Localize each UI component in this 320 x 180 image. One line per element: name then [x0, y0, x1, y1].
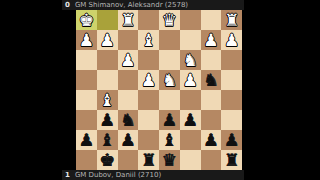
white-bishop-piece: ♝: [100, 92, 115, 109]
square-h7[interactable]: ♟: [76, 130, 97, 150]
square-h3[interactable]: [76, 50, 97, 70]
white-pawn-piece: ♟: [203, 32, 218, 49]
square-b4[interactable]: ♞: [201, 70, 222, 90]
video-frame: 0 GM Shimanov, Aleksandr (2578) ♚♜♛♜♟♟♝♟…: [0, 0, 320, 180]
square-d2[interactable]: [159, 30, 180, 50]
white-bishop-piece: ♝: [141, 32, 156, 49]
square-h2[interactable]: ♟: [76, 30, 97, 50]
black-rook-piece: ♜: [141, 152, 156, 169]
chess-board[interactable]: ♚♜♛♜♟♟♝♟♟♟♞♟♞♟♞♝♟♞♟♟♟♝♟♝♟♟♚♜♛♜: [76, 10, 242, 170]
player-bottom-score: 1: [65, 170, 70, 180]
square-b2[interactable]: ♟: [201, 30, 222, 50]
black-bishop-piece: ♝: [100, 132, 115, 149]
white-knight-piece: ♞: [183, 52, 198, 69]
player-bar-bottom: 1 GM Dubov, Daniil (2710): [62, 170, 244, 180]
white-pawn-piece: ♟: [120, 52, 135, 69]
square-f1[interactable]: ♜: [118, 10, 139, 30]
black-pawn-piece: ♟: [203, 132, 218, 149]
black-knight-piece: ♞: [203, 72, 218, 89]
player-bottom-name: GM Dubov, Daniil (2710): [75, 170, 161, 180]
square-d1[interactable]: ♛: [159, 10, 180, 30]
square-d7[interactable]: ♝: [159, 130, 180, 150]
square-g7[interactable]: ♝: [97, 130, 118, 150]
black-pawn-piece: ♟: [120, 132, 135, 149]
black-knight-piece: ♞: [120, 112, 135, 129]
black-pawn-piece: ♟: [162, 112, 177, 129]
square-f8[interactable]: [118, 150, 139, 170]
black-pawn-piece: ♟: [100, 112, 115, 129]
square-c1[interactable]: [180, 10, 201, 30]
square-a2[interactable]: ♟: [221, 30, 242, 50]
player-top-name: GM Shimanov, Aleksandr (2578): [75, 0, 188, 10]
square-b7[interactable]: ♟: [201, 130, 222, 150]
square-e1[interactable]: [138, 10, 159, 30]
square-e3[interactable]: [138, 50, 159, 70]
square-b8[interactable]: [201, 150, 222, 170]
square-c7[interactable]: [180, 130, 201, 150]
square-d5[interactable]: [159, 90, 180, 110]
black-rook-piece: ♜: [224, 152, 239, 169]
white-king-piece: ♚: [79, 12, 94, 29]
square-e2[interactable]: ♝: [138, 30, 159, 50]
square-c2[interactable]: [180, 30, 201, 50]
square-a1[interactable]: ♜: [221, 10, 242, 30]
player-top-score: 0: [65, 0, 70, 10]
square-g5[interactable]: ♝: [97, 90, 118, 110]
square-c4[interactable]: ♟: [180, 70, 201, 90]
square-g8[interactable]: ♚: [97, 150, 118, 170]
white-pawn-piece: ♟: [100, 32, 115, 49]
square-a5[interactable]: [221, 90, 242, 110]
white-rook-piece: ♜: [120, 12, 135, 29]
square-c3[interactable]: ♞: [180, 50, 201, 70]
square-g2[interactable]: ♟: [97, 30, 118, 50]
square-a6[interactable]: [221, 110, 242, 130]
white-rook-piece: ♜: [224, 12, 239, 29]
square-f6[interactable]: ♞: [118, 110, 139, 130]
white-pawn-piece: ♟: [224, 32, 239, 49]
square-b1[interactable]: [201, 10, 222, 30]
square-e8[interactable]: ♜: [138, 150, 159, 170]
square-a7[interactable]: ♟: [221, 130, 242, 150]
square-h1[interactable]: ♚: [76, 10, 97, 30]
square-d4[interactable]: ♞: [159, 70, 180, 90]
square-a8[interactable]: ♜: [221, 150, 242, 170]
black-pawn-piece: ♟: [224, 132, 239, 149]
black-king-piece: ♚: [100, 152, 115, 169]
square-e4[interactable]: ♟: [138, 70, 159, 90]
white-pawn-piece: ♟: [183, 72, 198, 89]
square-b3[interactable]: [201, 50, 222, 70]
white-queen-piece: ♛: [162, 12, 177, 29]
square-f7[interactable]: ♟: [118, 130, 139, 150]
square-h6[interactable]: [76, 110, 97, 130]
square-h5[interactable]: [76, 90, 97, 110]
square-h4[interactable]: [76, 70, 97, 90]
black-pawn-piece: ♟: [183, 112, 198, 129]
black-queen-piece: ♛: [162, 152, 177, 169]
square-g4[interactable]: [97, 70, 118, 90]
square-d8[interactable]: ♛: [159, 150, 180, 170]
square-f4[interactable]: [118, 70, 139, 90]
square-d3[interactable]: [159, 50, 180, 70]
square-c6[interactable]: ♟: [180, 110, 201, 130]
square-f5[interactable]: [118, 90, 139, 110]
square-g6[interactable]: ♟: [97, 110, 118, 130]
white-pawn-piece: ♟: [79, 32, 94, 49]
square-h8[interactable]: [76, 150, 97, 170]
white-knight-piece: ♞: [162, 72, 177, 89]
black-bishop-piece: ♝: [162, 132, 177, 149]
square-a3[interactable]: [221, 50, 242, 70]
square-f3[interactable]: ♟: [118, 50, 139, 70]
square-b6[interactable]: [201, 110, 222, 130]
square-e6[interactable]: [138, 110, 159, 130]
square-a4[interactable]: [221, 70, 242, 90]
square-c8[interactable]: [180, 150, 201, 170]
black-pawn-piece: ♟: [79, 132, 94, 149]
white-pawn-piece: ♟: [141, 72, 156, 89]
square-g3[interactable]: [97, 50, 118, 70]
square-f2[interactable]: [118, 30, 139, 50]
square-d6[interactable]: ♟: [159, 110, 180, 130]
square-c5[interactable]: [180, 90, 201, 110]
square-e5[interactable]: [138, 90, 159, 110]
square-e7[interactable]: [138, 130, 159, 150]
player-bar-top: 0 GM Shimanov, Aleksandr (2578): [62, 0, 244, 10]
square-b5[interactable]: [201, 90, 222, 110]
square-g1[interactable]: [97, 10, 118, 30]
